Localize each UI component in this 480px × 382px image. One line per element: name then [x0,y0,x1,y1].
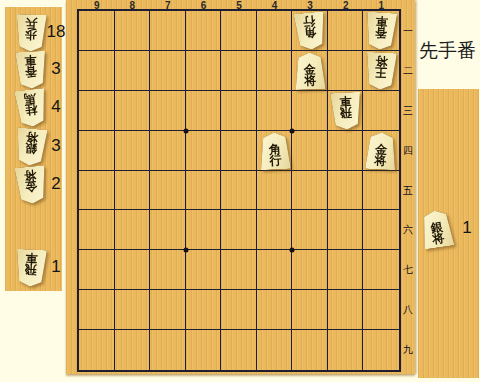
board-cell-8六[interactable] [115,210,151,250]
board-cell-1七[interactable] [363,250,399,290]
board-cell-8一[interactable] [115,11,151,51]
board-cell-6五[interactable] [186,171,222,211]
board-cell-6八[interactable] [186,290,222,330]
board-cell-4一[interactable] [257,11,293,51]
piece-kanji: 兵 [25,16,37,28]
board-cell-7四[interactable] [150,131,186,171]
board-cell-6四[interactable] [186,131,222,171]
piece-gote-fu[interactable]: 歩兵 [15,14,46,52]
board-cell-9六[interactable] [79,210,115,250]
hand-count: 1 [456,218,478,238]
piece-kanji: 馬 [23,91,36,104]
piece-gote-keima[interactable]: 桂馬 [14,88,48,128]
board-cell-4八[interactable] [257,290,293,330]
piece-kanji: 将 [24,168,37,181]
board-cell-3七[interactable] [292,250,328,290]
board-cell-8五[interactable] [115,171,151,211]
board-cell-9一[interactable] [79,11,115,51]
board-cell-2四[interactable] [328,131,364,171]
board-grid [77,9,401,372]
board-cell-2九[interactable] [328,330,364,370]
shogi-diagram-page: 歩兵18香車3桂馬4銀将3金将2飛車1 987654321一二三四五六七八九 角… [0,0,480,382]
rank-label: 七 [400,263,416,277]
board-cell-6二[interactable] [186,51,222,91]
board-cell-4五[interactable] [257,171,293,211]
board-cell-8四[interactable] [115,131,151,171]
board-cell-2六[interactable] [328,210,364,250]
board-cell-2七[interactable] [328,250,364,290]
board-cell-5四[interactable] [221,131,257,171]
piece-gote-hisha[interactable]: 飛車 [15,249,47,288]
board-cell-6七[interactable] [186,250,222,290]
board-cell-3二[interactable] [292,51,328,91]
rank-label: 二 [400,64,416,78]
board-cell-4六[interactable] [257,210,293,250]
board-cell-1三[interactable] [363,91,399,131]
board-cell-1九[interactable] [363,330,399,370]
rank-label: 六 [400,223,416,237]
board-cell-3五[interactable] [292,171,328,211]
board-cell-8二[interactable] [115,51,151,91]
rank-label: 四 [400,144,416,158]
board-cell-9二[interactable] [79,51,115,91]
board-cell-7一[interactable] [150,11,186,51]
board-cell-4九[interactable] [257,330,293,370]
turn-indicator: 先手番 [419,38,480,64]
board-cell-8七[interactable] [115,250,151,290]
board-cell-5五[interactable] [221,171,257,211]
shogi-board: 987654321一二三四五六七八九 角行香車金将王将飛車角行金将 [66,0,415,374]
hand-count: 2 [45,174,67,194]
board-cell-3八[interactable] [292,290,328,330]
board-cell-1六[interactable] [363,210,399,250]
hand-count: 3 [45,136,67,156]
board-cell-3三[interactable] [292,91,328,131]
board-cell-2八[interactable] [328,290,364,330]
board-cell-7六[interactable] [150,210,186,250]
hand-count: 18 [45,22,67,42]
rank-label: 九 [400,343,416,357]
hand-count: 4 [45,97,67,117]
board-cell-6九[interactable] [186,330,222,370]
board-cell-4七[interactable] [257,250,293,290]
board-cell-7二[interactable] [150,51,186,91]
board-cell-1一[interactable] [363,11,399,51]
board-cell-4二[interactable] [257,51,293,91]
board-cell-2五[interactable] [328,171,364,211]
board-cell-9九[interactable] [79,330,115,370]
board-cell-6三[interactable] [186,91,222,131]
board-cell-8八[interactable] [115,290,151,330]
board-cell-3一[interactable] [292,11,328,51]
board-cell-5九[interactable] [221,330,257,370]
board-cell-1二[interactable] [363,51,399,91]
board-cell-8九[interactable] [115,330,151,370]
sente-captured-tray: 銀将1 [418,89,479,378]
board-cell-9五[interactable] [79,171,115,211]
board-cell-1五[interactable] [363,171,399,211]
gote-captured-tray: 歩兵18香車3桂馬4銀将3金将2飛車1 [5,7,62,291]
board-cell-4四[interactable] [257,131,293,171]
piece-kanji: 将 [432,233,446,246]
board-cell-7七[interactable] [150,250,186,290]
board-cell-1八[interactable] [363,290,399,330]
board-cell-5六[interactable] [221,210,257,250]
board-cell-2三[interactable] [328,91,364,131]
rank-label: 五 [400,184,416,198]
board-cell-7九[interactable] [150,330,186,370]
board-cell-7八[interactable] [150,290,186,330]
piece-sente-ginsho[interactable]: 銀将 [420,209,455,250]
piece-kanji: 車 [25,251,38,263]
board-cell-2二[interactable] [328,51,364,91]
board-cell-7五[interactable] [150,171,186,211]
piece-kanji: 将 [25,130,38,143]
board-cell-3九[interactable] [292,330,328,370]
board-cell-1四[interactable] [363,131,399,171]
board-cell-5一[interactable] [221,11,257,51]
board-cell-5二[interactable] [221,51,257,91]
rank-label: 三 [400,104,416,118]
board-cell-9八[interactable] [79,290,115,330]
piece-kanji: 車 [24,53,37,65]
rank-label: 一 [400,24,416,38]
rank-label: 八 [400,303,416,317]
piece-gote-kinsho[interactable]: 金将 [14,165,47,204]
board-cell-2一[interactable] [328,11,364,51]
hand-count: 3 [45,59,67,79]
piece-gote-kyosha[interactable]: 香車 [15,51,47,90]
board-cell-5三[interactable] [221,91,257,131]
board-cell-8三[interactable] [115,91,151,131]
board-cell-9三[interactable] [79,91,115,131]
board-cell-6一[interactable] [186,11,222,51]
board-cell-9四[interactable] [79,131,115,171]
piece-gote-ginsho[interactable]: 銀将 [14,127,47,166]
board-cell-5七[interactable] [221,250,257,290]
board-cell-3六[interactable] [292,210,328,250]
board-cell-6六[interactable] [186,210,222,250]
board-cell-9七[interactable] [79,250,115,290]
board-cell-7三[interactable] [150,91,186,131]
hand-count: 1 [45,257,67,277]
board-cell-4三[interactable] [257,91,293,131]
board-cell-3四[interactable] [292,131,328,171]
board-cell-5八[interactable] [221,290,257,330]
